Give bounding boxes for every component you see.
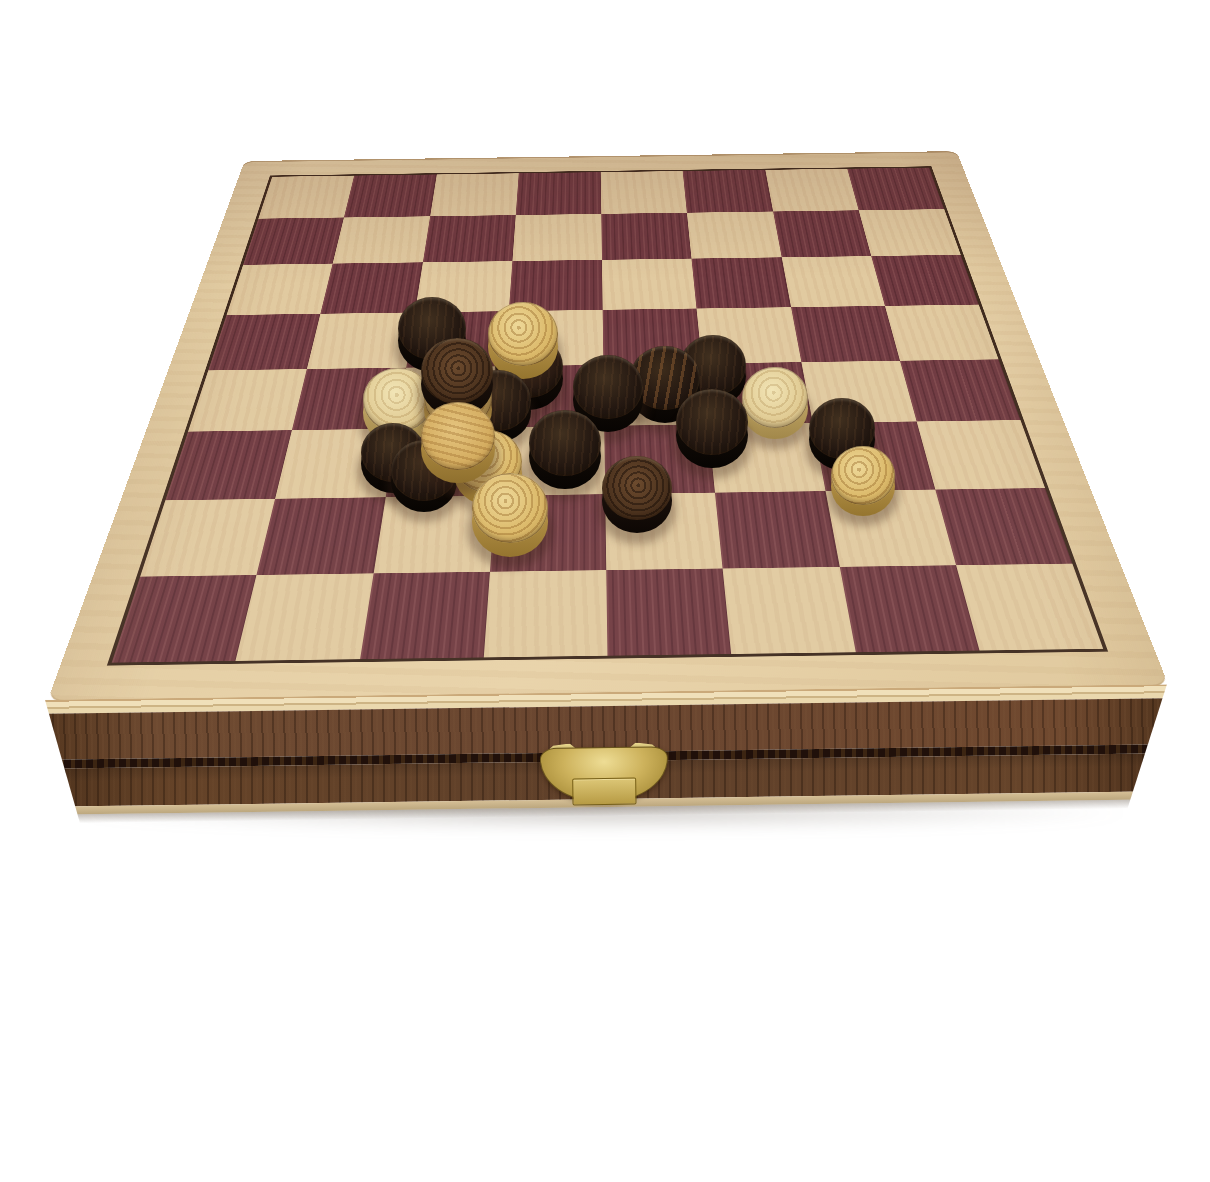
piece-top [831, 446, 895, 505]
photo-stage [0, 0, 1210, 1182]
checker-dark-20[interactable] [602, 456, 672, 533]
checker-light-16[interactable] [742, 367, 808, 440]
pieces-layer [0, 0, 1210, 1182]
checker-light-21[interactable] [472, 473, 548, 557]
piece-top [602, 456, 672, 521]
piece-top [676, 389, 748, 456]
piece-top [529, 410, 601, 477]
piece-top [472, 473, 548, 543]
piece-top [488, 302, 558, 367]
piece-top [742, 367, 808, 428]
checker-light-15[interactable] [421, 402, 495, 483]
piece-top [421, 402, 495, 470]
checker-light-3[interactable] [488, 302, 558, 379]
piece-top [421, 338, 493, 405]
checker-dark-17[interactable] [676, 389, 748, 468]
checker-light-19[interactable] [831, 446, 895, 516]
